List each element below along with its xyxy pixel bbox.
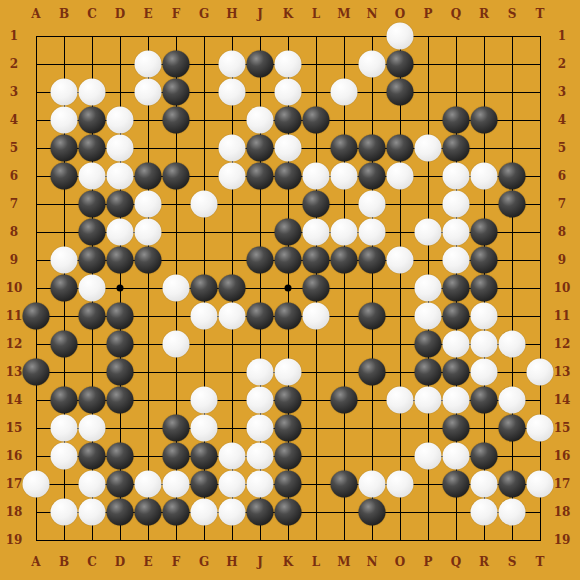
row-label-right-18: 18	[551, 505, 573, 519]
col-label-top-H: H	[221, 7, 243, 21]
white-stone-R17	[471, 471, 498, 498]
row-label-left-4: 4	[3, 113, 25, 127]
col-label-bottom-K: K	[277, 555, 299, 569]
col-label-top-S: S	[501, 7, 523, 21]
row-label-right-1: 1	[551, 29, 573, 43]
white-stone-P14	[415, 387, 442, 414]
row-label-right-9: 9	[551, 253, 573, 267]
white-stone-Q6	[443, 163, 470, 190]
col-label-top-J: J	[249, 7, 271, 21]
row-label-right-14: 14	[551, 393, 573, 407]
black-stone-S17	[499, 471, 526, 498]
col-label-top-K: K	[277, 7, 299, 21]
white-stone-E2	[135, 51, 162, 78]
row-label-right-12: 12	[551, 337, 573, 351]
white-stone-C3	[79, 79, 106, 106]
white-stone-L11	[303, 303, 330, 330]
black-stone-S7	[499, 191, 526, 218]
black-stone-Q15	[443, 415, 470, 442]
col-label-bottom-L: L	[305, 555, 327, 569]
black-stone-R16	[471, 443, 498, 470]
white-stone-B16	[51, 443, 78, 470]
white-stone-P8	[415, 219, 442, 246]
white-stone-N2	[359, 51, 386, 78]
row-label-right-16: 16	[551, 449, 573, 463]
black-stone-F18	[163, 499, 190, 526]
black-stone-A13	[23, 359, 50, 386]
white-stone-D8	[107, 219, 134, 246]
black-stone-N5	[359, 135, 386, 162]
white-stone-K5	[275, 135, 302, 162]
white-stone-Q16	[443, 443, 470, 470]
row-label-right-8: 8	[551, 225, 573, 239]
white-stone-G11	[191, 303, 218, 330]
black-stone-D18	[107, 499, 134, 526]
col-label-top-P: P	[417, 7, 439, 21]
row-label-right-2: 2	[551, 57, 573, 71]
white-stone-N17	[359, 471, 386, 498]
white-stone-S12	[499, 331, 526, 358]
white-stone-F12	[163, 331, 190, 358]
black-stone-J2	[247, 51, 274, 78]
row-label-left-16: 16	[3, 449, 25, 463]
black-stone-E18	[135, 499, 162, 526]
black-stone-K9	[275, 247, 302, 274]
white-stone-R6	[471, 163, 498, 190]
black-stone-K15	[275, 415, 302, 442]
row-label-left-3: 3	[3, 85, 25, 99]
white-stone-E3	[135, 79, 162, 106]
white-stone-P16	[415, 443, 442, 470]
row-label-left-19: 19	[3, 533, 25, 547]
col-label-bottom-P: P	[417, 555, 439, 569]
white-stone-B18	[51, 499, 78, 526]
white-stone-Q12	[443, 331, 470, 358]
black-stone-G10	[191, 275, 218, 302]
white-stone-G7	[191, 191, 218, 218]
black-stone-B10	[51, 275, 78, 302]
col-label-bottom-H: H	[221, 555, 243, 569]
row-label-right-17: 17	[551, 477, 573, 491]
black-stone-G16	[191, 443, 218, 470]
black-stone-N11	[359, 303, 386, 330]
col-label-bottom-A: A	[25, 555, 47, 569]
white-stone-D4	[107, 107, 134, 134]
row-label-left-5: 5	[3, 141, 25, 155]
black-stone-B12	[51, 331, 78, 358]
black-stone-R14	[471, 387, 498, 414]
white-stone-N7	[359, 191, 386, 218]
white-stone-N8	[359, 219, 386, 246]
white-stone-J4	[247, 107, 274, 134]
black-stone-R10	[471, 275, 498, 302]
black-stone-L9	[303, 247, 330, 274]
black-stone-J9	[247, 247, 274, 274]
col-label-bottom-D: D	[109, 555, 131, 569]
black-stone-M9	[331, 247, 358, 274]
black-stone-J6	[247, 163, 274, 190]
col-label-top-R: R	[473, 7, 495, 21]
white-stone-S14	[499, 387, 526, 414]
black-stone-F4	[163, 107, 190, 134]
black-stone-Q5	[443, 135, 470, 162]
white-stone-K13	[275, 359, 302, 386]
white-stone-B4	[51, 107, 78, 134]
row-label-left-18: 18	[3, 505, 25, 519]
white-stone-J16	[247, 443, 274, 470]
black-stone-A11	[23, 303, 50, 330]
black-stone-R9	[471, 247, 498, 274]
col-label-bottom-T: T	[529, 555, 551, 569]
white-stone-D5	[107, 135, 134, 162]
black-stone-N6	[359, 163, 386, 190]
black-stone-C14	[79, 387, 106, 414]
white-stone-K3	[275, 79, 302, 106]
white-stone-P11	[415, 303, 442, 330]
black-stone-D16	[107, 443, 134, 470]
black-stone-H10	[219, 275, 246, 302]
white-stone-B9	[51, 247, 78, 274]
black-stone-N18	[359, 499, 386, 526]
white-stone-C15	[79, 415, 106, 442]
white-stone-O6	[387, 163, 414, 190]
white-stone-E17	[135, 471, 162, 498]
black-stone-M14	[331, 387, 358, 414]
white-stone-E8	[135, 219, 162, 246]
go-board[interactable]: AABBCCDDEEFFGGHHJJKKLLMMNNOOPPQQRRSSTT11…	[0, 0, 580, 580]
col-label-bottom-R: R	[473, 555, 495, 569]
col-label-top-E: E	[137, 7, 159, 21]
black-stone-K16	[275, 443, 302, 470]
black-stone-C9	[79, 247, 106, 274]
black-stone-B5	[51, 135, 78, 162]
row-label-left-14: 14	[3, 393, 25, 407]
black-stone-Q13	[443, 359, 470, 386]
black-stone-E9	[135, 247, 162, 274]
row-label-right-15: 15	[551, 421, 573, 435]
black-stone-L7	[303, 191, 330, 218]
col-label-top-N: N	[361, 7, 383, 21]
col-label-top-C: C	[81, 7, 103, 21]
white-stone-P5	[415, 135, 442, 162]
row-label-left-1: 1	[3, 29, 25, 43]
white-stone-C17	[79, 471, 106, 498]
row-label-right-7: 7	[551, 197, 573, 211]
white-stone-O17	[387, 471, 414, 498]
col-label-top-A: A	[25, 7, 47, 21]
black-stone-Q4	[443, 107, 470, 134]
white-stone-H11	[219, 303, 246, 330]
row-label-left-12: 12	[3, 337, 25, 351]
white-stone-H5	[219, 135, 246, 162]
white-stone-M3	[331, 79, 358, 106]
col-label-bottom-E: E	[137, 555, 159, 569]
black-stone-K8	[275, 219, 302, 246]
white-stone-S18	[499, 499, 526, 526]
black-stone-K17	[275, 471, 302, 498]
black-stone-R8	[471, 219, 498, 246]
white-stone-A17	[23, 471, 50, 498]
black-stone-S15	[499, 415, 526, 442]
black-stone-F15	[163, 415, 190, 442]
white-stone-L8	[303, 219, 330, 246]
row-label-right-5: 5	[551, 141, 573, 155]
white-stone-B15	[51, 415, 78, 442]
black-stone-K14	[275, 387, 302, 414]
col-label-bottom-Q: Q	[445, 555, 467, 569]
white-stone-T13	[527, 359, 554, 386]
white-stone-C18	[79, 499, 106, 526]
black-stone-F3	[163, 79, 190, 106]
col-label-top-L: L	[305, 7, 327, 21]
col-label-bottom-M: M	[333, 555, 355, 569]
white-stone-L6	[303, 163, 330, 190]
col-label-top-M: M	[333, 7, 355, 21]
white-stone-T17	[527, 471, 554, 498]
black-stone-F2	[163, 51, 190, 78]
black-stone-M5	[331, 135, 358, 162]
col-label-top-B: B	[53, 7, 75, 21]
star-point-D10	[117, 285, 124, 292]
black-stone-D13	[107, 359, 134, 386]
black-stone-D11	[107, 303, 134, 330]
black-stone-D9	[107, 247, 134, 274]
white-stone-H6	[219, 163, 246, 190]
black-stone-M17	[331, 471, 358, 498]
black-stone-Q17	[443, 471, 470, 498]
white-stone-H2	[219, 51, 246, 78]
white-stone-E7	[135, 191, 162, 218]
black-stone-J11	[247, 303, 274, 330]
black-stone-N13	[359, 359, 386, 386]
white-stone-J13	[247, 359, 274, 386]
black-stone-K6	[275, 163, 302, 190]
white-stone-M6	[331, 163, 358, 190]
white-stone-J17	[247, 471, 274, 498]
white-stone-G18	[191, 499, 218, 526]
row-label-right-6: 6	[551, 169, 573, 183]
black-stone-Q11	[443, 303, 470, 330]
black-stone-F6	[163, 163, 190, 190]
white-stone-H17	[219, 471, 246, 498]
black-stone-J18	[247, 499, 274, 526]
black-stone-D7	[107, 191, 134, 218]
white-stone-H3	[219, 79, 246, 106]
col-label-top-Q: Q	[445, 7, 467, 21]
black-stone-D12	[107, 331, 134, 358]
row-label-right-10: 10	[551, 281, 573, 295]
white-stone-K2	[275, 51, 302, 78]
col-label-top-F: F	[165, 7, 187, 21]
white-stone-Q7	[443, 191, 470, 218]
white-stone-O1	[387, 23, 414, 50]
white-stone-D6	[107, 163, 134, 190]
black-stone-S6	[499, 163, 526, 190]
black-stone-K11	[275, 303, 302, 330]
white-stone-F17	[163, 471, 190, 498]
row-label-right-13: 13	[551, 365, 573, 379]
black-stone-C8	[79, 219, 106, 246]
white-stone-R18	[471, 499, 498, 526]
white-stone-O9	[387, 247, 414, 274]
white-stone-C10	[79, 275, 106, 302]
col-label-top-O: O	[389, 7, 411, 21]
black-stone-O3	[387, 79, 414, 106]
white-stone-C6	[79, 163, 106, 190]
row-label-right-3: 3	[551, 85, 573, 99]
black-stone-C7	[79, 191, 106, 218]
white-stone-H18	[219, 499, 246, 526]
black-stone-R4	[471, 107, 498, 134]
black-stone-C16	[79, 443, 106, 470]
black-stone-E6	[135, 163, 162, 190]
black-stone-C11	[79, 303, 106, 330]
black-stone-B14	[51, 387, 78, 414]
black-stone-D17	[107, 471, 134, 498]
black-stone-P13	[415, 359, 442, 386]
star-point-K10	[285, 285, 292, 292]
col-label-bottom-B: B	[53, 555, 75, 569]
col-label-bottom-J: J	[249, 555, 271, 569]
black-stone-L4	[303, 107, 330, 134]
white-stone-B3	[51, 79, 78, 106]
row-label-left-8: 8	[3, 225, 25, 239]
white-stone-G15	[191, 415, 218, 442]
col-label-bottom-O: O	[389, 555, 411, 569]
black-stone-C5	[79, 135, 106, 162]
col-label-top-D: D	[109, 7, 131, 21]
black-stone-J5	[247, 135, 274, 162]
black-stone-K18	[275, 499, 302, 526]
black-stone-K4	[275, 107, 302, 134]
row-label-right-4: 4	[551, 113, 573, 127]
white-stone-P10	[415, 275, 442, 302]
black-stone-O5	[387, 135, 414, 162]
row-label-left-6: 6	[3, 169, 25, 183]
row-label-left-9: 9	[3, 253, 25, 267]
col-label-bottom-S: S	[501, 555, 523, 569]
row-label-left-7: 7	[3, 197, 25, 211]
black-stone-L10	[303, 275, 330, 302]
black-stone-Q10	[443, 275, 470, 302]
col-label-top-G: G	[193, 7, 215, 21]
row-label-right-11: 11	[551, 309, 573, 323]
white-stone-M8	[331, 219, 358, 246]
black-stone-G17	[191, 471, 218, 498]
col-label-bottom-C: C	[81, 555, 103, 569]
white-stone-Q8	[443, 219, 470, 246]
white-stone-Q14	[443, 387, 470, 414]
black-stone-D14	[107, 387, 134, 414]
white-stone-R13	[471, 359, 498, 386]
row-label-right-19: 19	[551, 533, 573, 547]
white-stone-O14	[387, 387, 414, 414]
col-label-bottom-N: N	[361, 555, 383, 569]
row-label-left-10: 10	[3, 281, 25, 295]
black-stone-N9	[359, 247, 386, 274]
col-label-bottom-F: F	[165, 555, 187, 569]
black-stone-P12	[415, 331, 442, 358]
white-stone-H16	[219, 443, 246, 470]
black-stone-C4	[79, 107, 106, 134]
white-stone-J15	[247, 415, 274, 442]
black-stone-B6	[51, 163, 78, 190]
white-stone-R11	[471, 303, 498, 330]
white-stone-J14	[247, 387, 274, 414]
black-stone-O2	[387, 51, 414, 78]
white-stone-G14	[191, 387, 218, 414]
col-label-bottom-G: G	[193, 555, 215, 569]
row-label-left-15: 15	[3, 421, 25, 435]
col-label-top-T: T	[529, 7, 551, 21]
white-stone-F10	[163, 275, 190, 302]
white-stone-T15	[527, 415, 554, 442]
white-stone-Q9	[443, 247, 470, 274]
black-stone-F16	[163, 443, 190, 470]
white-stone-R12	[471, 331, 498, 358]
row-label-left-2: 2	[3, 57, 25, 71]
